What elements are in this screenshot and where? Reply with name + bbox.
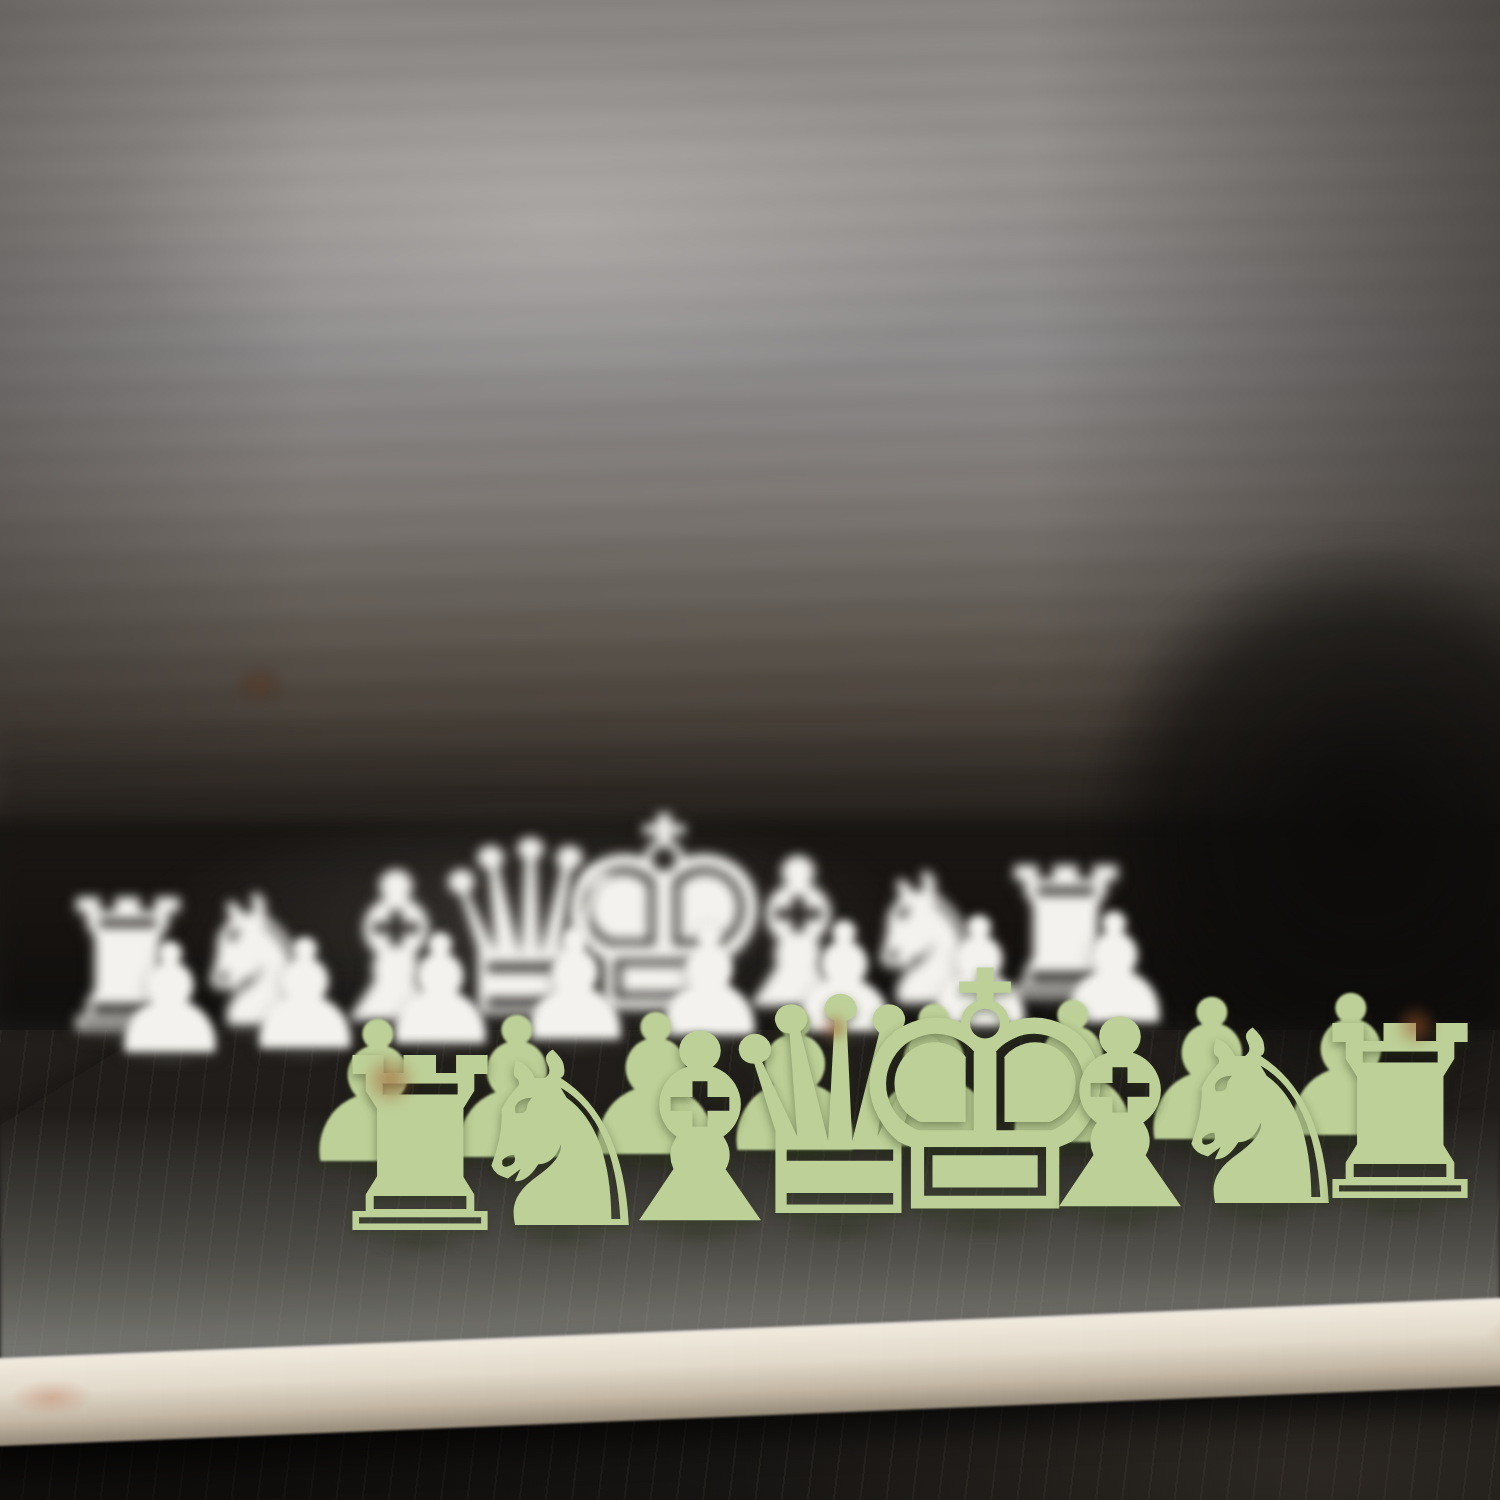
black-pawn-a7[interactable]: ♟ (102, 924, 238, 1076)
piece-layer: ♜♞♝♛♚♝♞♜♟♟♟♟♟♟♟♟♟♟♟♟♟♟♟♟♜♞♝♛♚♝♞♜ (0, 0, 1500, 1500)
photo-scene: ♜♞♝♛♚♝♞♜♟♟♟♟♟♟♟♟♟♟♟♟♟♟♟♟♜♞♝♛♚♝♞♜ Green o… (0, 0, 1500, 1500)
rust-blemish-a1 (360, 1050, 420, 1110)
rust-blemish-h1 (1392, 1002, 1440, 1050)
